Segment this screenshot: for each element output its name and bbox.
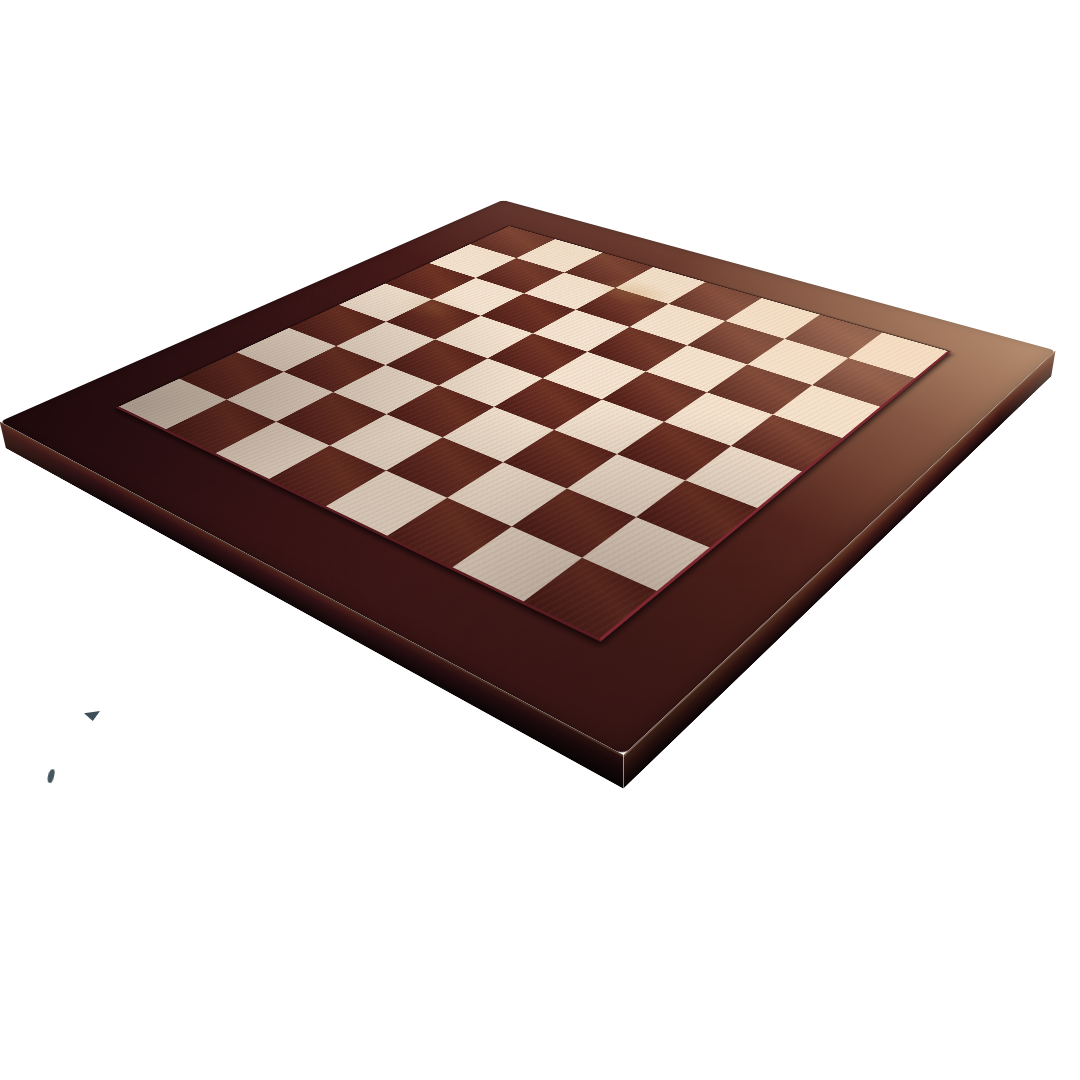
chess-board	[0, 200, 1056, 755]
scene	[0, 0, 1080, 1080]
